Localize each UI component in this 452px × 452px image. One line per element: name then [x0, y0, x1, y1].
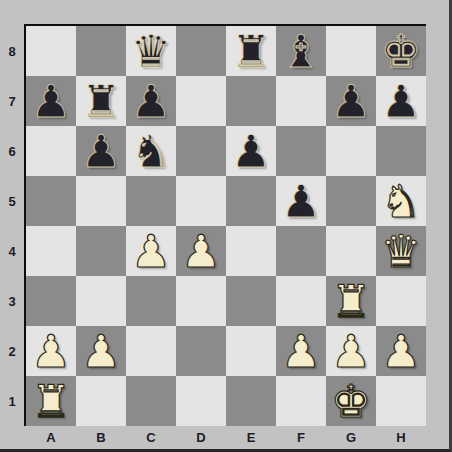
square-h7[interactable]: ♟ — [376, 76, 426, 126]
piece-black-pawn[interactable]: ♟ — [131, 79, 171, 124]
square-c3[interactable] — [126, 276, 176, 326]
square-h3[interactable] — [376, 276, 426, 326]
rank-label-2: 2 — [0, 326, 24, 376]
chess-board: ♛♜♝♚♟♜♟♟♟♟♞♟♟♞♟♟♛♜♟♟♟♟♟♜♚ — [26, 26, 426, 426]
piece-black-king[interactable]: ♚ — [381, 29, 421, 74]
square-b4[interactable] — [76, 226, 126, 276]
square-d2[interactable] — [176, 326, 226, 376]
square-h2[interactable]: ♟ — [376, 326, 426, 376]
square-g3[interactable]: ♜ — [326, 276, 376, 326]
rank-label-7: 7 — [0, 76, 24, 126]
square-c2[interactable] — [126, 326, 176, 376]
rank-label-5: 5 — [0, 176, 24, 226]
rank-labels: 87654321 — [0, 26, 24, 426]
square-f1[interactable] — [276, 376, 326, 426]
piece-white-knight[interactable]: ♞ — [381, 179, 421, 224]
square-b7[interactable]: ♜ — [76, 76, 126, 126]
square-a7[interactable]: ♟ — [26, 76, 76, 126]
piece-white-pawn[interactable]: ♟ — [31, 329, 71, 374]
square-g6[interactable] — [326, 126, 376, 176]
square-d5[interactable] — [176, 176, 226, 226]
piece-black-rook[interactable]: ♜ — [81, 79, 121, 124]
square-f8[interactable]: ♝ — [276, 26, 326, 76]
square-a8[interactable] — [26, 26, 76, 76]
square-f6[interactable] — [276, 126, 326, 176]
square-g4[interactable] — [326, 226, 376, 276]
square-c5[interactable] — [126, 176, 176, 226]
file-label-d: D — [176, 426, 226, 449]
square-b6[interactable]: ♟ — [76, 126, 126, 176]
square-e5[interactable] — [226, 176, 276, 226]
square-h5[interactable]: ♞ — [376, 176, 426, 226]
piece-white-pawn[interactable]: ♟ — [131, 229, 171, 274]
square-a1[interactable]: ♜ — [26, 376, 76, 426]
square-b8[interactable] — [76, 26, 126, 76]
file-label-g: G — [326, 426, 376, 449]
square-f4[interactable] — [276, 226, 326, 276]
piece-black-bishop[interactable]: ♝ — [281, 29, 321, 74]
piece-white-rook[interactable]: ♜ — [31, 379, 71, 424]
square-a2[interactable]: ♟ — [26, 326, 76, 376]
square-h6[interactable] — [376, 126, 426, 176]
square-b5[interactable] — [76, 176, 126, 226]
file-label-b: B — [76, 426, 126, 449]
piece-white-queen[interactable]: ♛ — [381, 229, 421, 274]
square-h1[interactable] — [376, 376, 426, 426]
square-c7[interactable]: ♟ — [126, 76, 176, 126]
square-f5[interactable]: ♟ — [276, 176, 326, 226]
square-a4[interactable] — [26, 226, 76, 276]
square-c6[interactable]: ♞ — [126, 126, 176, 176]
piece-black-pawn[interactable]: ♟ — [81, 129, 121, 174]
square-e4[interactable] — [226, 226, 276, 276]
square-e1[interactable] — [226, 376, 276, 426]
piece-white-pawn[interactable]: ♟ — [331, 329, 371, 374]
square-a5[interactable] — [26, 176, 76, 226]
square-g8[interactable] — [326, 26, 376, 76]
piece-white-pawn[interactable]: ♟ — [381, 329, 421, 374]
piece-black-pawn[interactable]: ♟ — [31, 79, 71, 124]
piece-white-pawn[interactable]: ♟ — [281, 329, 321, 374]
square-e8[interactable]: ♜ — [226, 26, 276, 76]
square-g7[interactable]: ♟ — [326, 76, 376, 126]
piece-white-pawn[interactable]: ♟ — [81, 329, 121, 374]
piece-white-pawn[interactable]: ♟ — [181, 229, 221, 274]
rank-label-8: 8 — [0, 26, 24, 76]
square-b2[interactable]: ♟ — [76, 326, 126, 376]
square-g2[interactable]: ♟ — [326, 326, 376, 376]
rank-label-6: 6 — [0, 126, 24, 176]
square-d6[interactable] — [176, 126, 226, 176]
file-label-h: H — [376, 426, 426, 449]
file-label-a: A — [26, 426, 76, 449]
square-h8[interactable]: ♚ — [376, 26, 426, 76]
square-d1[interactable] — [176, 376, 226, 426]
board-border: ♛♜♝♚♟♜♟♟♟♟♞♟♟♞♟♟♛♜♟♟♟♟♟♜♚ — [24, 24, 426, 426]
piece-black-pawn[interactable]: ♟ — [281, 179, 321, 224]
chess-diagram-frame: 87654321 ♛♜♝♚♟♜♟♟♟♟♞♟♟♞♟♟♛♜♟♟♟♟♟♜♚ ABCDE… — [0, 0, 452, 452]
square-c1[interactable] — [126, 376, 176, 426]
square-f2[interactable]: ♟ — [276, 326, 326, 376]
piece-white-rook[interactable]: ♜ — [331, 279, 371, 324]
square-d7[interactable] — [176, 76, 226, 126]
square-e7[interactable] — [226, 76, 276, 126]
square-a3[interactable] — [26, 276, 76, 326]
square-d8[interactable] — [176, 26, 226, 76]
square-h4[interactable]: ♛ — [376, 226, 426, 276]
piece-black-queen[interactable]: ♛ — [131, 29, 171, 74]
piece-black-pawn[interactable]: ♟ — [381, 79, 421, 124]
rank-label-3: 3 — [0, 276, 24, 326]
piece-black-rook[interactable]: ♜ — [231, 29, 271, 74]
file-label-f: F — [276, 426, 326, 449]
piece-black-pawn[interactable]: ♟ — [231, 129, 271, 174]
square-c8[interactable]: ♛ — [126, 26, 176, 76]
square-e2[interactable] — [226, 326, 276, 376]
square-b1[interactable] — [76, 376, 126, 426]
square-d4[interactable]: ♟ — [176, 226, 226, 276]
square-g1[interactable]: ♚ — [326, 376, 376, 426]
square-d3[interactable] — [176, 276, 226, 326]
piece-black-knight[interactable]: ♞ — [131, 129, 171, 174]
square-c4[interactable]: ♟ — [126, 226, 176, 276]
square-b3[interactable] — [76, 276, 126, 326]
square-g5[interactable] — [326, 176, 376, 226]
rank-label-4: 4 — [0, 226, 24, 276]
square-a6[interactable] — [26, 126, 76, 176]
file-label-c: C — [126, 426, 176, 449]
piece-white-king[interactable]: ♚ — [331, 379, 371, 424]
file-labels: ABCDEFGH — [26, 426, 426, 449]
square-f7[interactable] — [276, 76, 326, 126]
square-e3[interactable] — [226, 276, 276, 326]
square-e6[interactable]: ♟ — [226, 126, 276, 176]
piece-black-pawn[interactable]: ♟ — [331, 79, 371, 124]
square-f3[interactable] — [276, 276, 326, 326]
rank-label-1: 1 — [0, 376, 24, 426]
file-label-e: E — [226, 426, 276, 449]
